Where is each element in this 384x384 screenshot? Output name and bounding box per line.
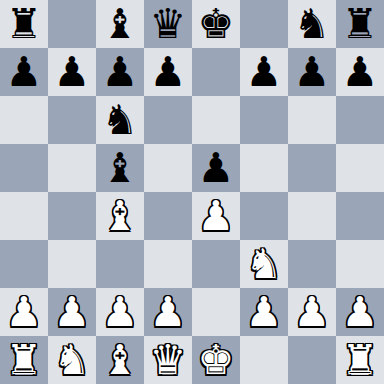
square-c4[interactable]: ♝ — [96, 192, 144, 240]
square-e8[interactable]: ♚ — [192, 0, 240, 48]
square-e3[interactable] — [192, 240, 240, 288]
square-f1[interactable] — [240, 336, 288, 384]
piece-white-pawn[interactable]: ♟ — [294, 288, 331, 336]
square-g7[interactable]: ♟ — [288, 48, 336, 96]
piece-black-pawn[interactable]: ♟ — [150, 48, 187, 96]
piece-white-bishop[interactable]: ♝ — [102, 336, 139, 384]
square-h6[interactable] — [336, 96, 384, 144]
square-g1[interactable] — [288, 336, 336, 384]
square-d5[interactable] — [144, 144, 192, 192]
piece-white-knight[interactable]: ♞ — [54, 336, 91, 384]
square-h1[interactable]: ♜ — [336, 336, 384, 384]
piece-white-rook[interactable]: ♜ — [342, 336, 379, 384]
piece-black-pawn[interactable]: ♟ — [6, 48, 43, 96]
piece-black-pawn[interactable]: ♟ — [342, 48, 379, 96]
piece-black-rook[interactable]: ♜ — [342, 0, 379, 48]
square-g3[interactable] — [288, 240, 336, 288]
square-c8[interactable]: ♝ — [96, 0, 144, 48]
square-a3[interactable] — [0, 240, 48, 288]
square-d6[interactable] — [144, 96, 192, 144]
square-e7[interactable] — [192, 48, 240, 96]
square-h2[interactable]: ♟ — [336, 288, 384, 336]
piece-black-king[interactable]: ♚ — [198, 0, 235, 48]
square-f8[interactable] — [240, 0, 288, 48]
square-f2[interactable]: ♟ — [240, 288, 288, 336]
square-b5[interactable] — [48, 144, 96, 192]
square-e5[interactable]: ♟ — [192, 144, 240, 192]
square-c5[interactable]: ♝ — [96, 144, 144, 192]
piece-white-pawn[interactable]: ♟ — [342, 288, 379, 336]
square-b7[interactable]: ♟ — [48, 48, 96, 96]
square-a1[interactable]: ♜ — [0, 336, 48, 384]
square-b2[interactable]: ♟ — [48, 288, 96, 336]
piece-white-pawn[interactable]: ♟ — [6, 288, 43, 336]
square-g5[interactable] — [288, 144, 336, 192]
piece-white-king[interactable]: ♚ — [198, 336, 235, 384]
square-e4[interactable]: ♟ — [192, 192, 240, 240]
chess-board: ♜♝♛♚♞♜♟♟♟♟♟♟♟♞♝♟♝♟♞♟♟♟♟♟♟♟♜♞♝♛♚♜ — [0, 0, 384, 384]
square-g2[interactable]: ♟ — [288, 288, 336, 336]
square-g8[interactable]: ♞ — [288, 0, 336, 48]
piece-white-pawn[interactable]: ♟ — [246, 288, 283, 336]
piece-black-queen[interactable]: ♛ — [150, 0, 187, 48]
square-d3[interactable] — [144, 240, 192, 288]
square-b1[interactable]: ♞ — [48, 336, 96, 384]
piece-black-pawn[interactable]: ♟ — [102, 48, 139, 96]
square-b4[interactable] — [48, 192, 96, 240]
piece-black-knight[interactable]: ♞ — [294, 0, 331, 48]
square-c1[interactable]: ♝ — [96, 336, 144, 384]
chess-board-container: ♜♝♛♚♞♜♟♟♟♟♟♟♟♞♝♟♝♟♞♟♟♟♟♟♟♟♜♞♝♛♚♜ — [0, 0, 384, 384]
piece-black-knight[interactable]: ♞ — [102, 96, 139, 144]
square-h4[interactable] — [336, 192, 384, 240]
piece-white-pawn[interactable]: ♟ — [102, 288, 139, 336]
square-f6[interactable] — [240, 96, 288, 144]
piece-white-bishop[interactable]: ♝ — [102, 192, 139, 240]
square-f4[interactable] — [240, 192, 288, 240]
square-a7[interactable]: ♟ — [0, 48, 48, 96]
square-g4[interactable] — [288, 192, 336, 240]
square-a2[interactable]: ♟ — [0, 288, 48, 336]
square-h5[interactable] — [336, 144, 384, 192]
piece-white-knight[interactable]: ♞ — [246, 240, 283, 288]
square-d4[interactable] — [144, 192, 192, 240]
piece-black-pawn[interactable]: ♟ — [198, 144, 235, 192]
square-h7[interactable]: ♟ — [336, 48, 384, 96]
piece-black-bishop[interactable]: ♝ — [102, 144, 139, 192]
square-d2[interactable]: ♟ — [144, 288, 192, 336]
piece-white-pawn[interactable]: ♟ — [54, 288, 91, 336]
square-h3[interactable] — [336, 240, 384, 288]
square-f5[interactable] — [240, 144, 288, 192]
square-b3[interactable] — [48, 240, 96, 288]
square-b6[interactable] — [48, 96, 96, 144]
square-a6[interactable] — [0, 96, 48, 144]
square-c7[interactable]: ♟ — [96, 48, 144, 96]
square-a4[interactable] — [0, 192, 48, 240]
square-a8[interactable]: ♜ — [0, 0, 48, 48]
square-d7[interactable]: ♟ — [144, 48, 192, 96]
square-a5[interactable] — [0, 144, 48, 192]
square-c6[interactable]: ♞ — [96, 96, 144, 144]
square-f7[interactable]: ♟ — [240, 48, 288, 96]
square-h8[interactable]: ♜ — [336, 0, 384, 48]
square-e6[interactable] — [192, 96, 240, 144]
piece-white-rook[interactable]: ♜ — [6, 336, 43, 384]
square-e1[interactable]: ♚ — [192, 336, 240, 384]
piece-white-pawn[interactable]: ♟ — [150, 288, 187, 336]
square-g6[interactable] — [288, 96, 336, 144]
piece-black-pawn[interactable]: ♟ — [54, 48, 91, 96]
square-b8[interactable] — [48, 0, 96, 48]
square-d1[interactable]: ♛ — [144, 336, 192, 384]
square-c2[interactable]: ♟ — [96, 288, 144, 336]
piece-black-bishop[interactable]: ♝ — [102, 0, 139, 48]
piece-black-rook[interactable]: ♜ — [6, 0, 43, 48]
piece-white-pawn[interactable]: ♟ — [198, 192, 235, 240]
square-f3[interactable]: ♞ — [240, 240, 288, 288]
piece-black-pawn[interactable]: ♟ — [294, 48, 331, 96]
piece-black-pawn[interactable]: ♟ — [246, 48, 283, 96]
square-d8[interactable]: ♛ — [144, 0, 192, 48]
piece-white-queen[interactable]: ♛ — [150, 336, 187, 384]
square-c3[interactable] — [96, 240, 144, 288]
square-e2[interactable] — [192, 288, 240, 336]
